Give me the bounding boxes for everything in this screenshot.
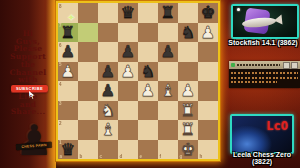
info-card-header [229,61,300,69]
square-b5[interactable] [78,62,98,82]
info-card-button[interactable] [283,62,290,69]
info-card [229,61,300,88]
file-label: d [120,154,123,159]
square-a3[interactable]: 3 [58,101,78,121]
square-h3[interactable] [198,101,218,121]
info-text-line [231,81,277,83]
square-d8[interactable]: ♛ [118,3,138,23]
sparkle-dot-icon [237,8,240,11]
square-b2[interactable] [78,120,98,140]
square-b1[interactable]: b [78,140,98,160]
square-h2[interactable] [198,120,218,140]
white-pawn[interactable]: ♟ [118,62,138,82]
square-e8[interactable] [138,3,158,23]
rank-label: 2 [59,121,62,126]
square-f4[interactable]: ♝ [158,81,178,101]
black-pawn[interactable]: ♟ [118,42,138,62]
square-h4[interactable] [198,81,218,101]
square-d1[interactable]: d [118,140,138,160]
square-f8[interactable]: ♜ [158,3,178,23]
square-g2[interactable]: ♜ [178,120,198,140]
white-pawn[interactable]: ♟ [138,81,158,101]
black-pawn[interactable]: ♟ [98,62,118,82]
channel-logo: ♟ CHESS PAWN [14,117,54,165]
black-pawn[interactable]: ♟ [58,42,78,62]
sidebar: Hi Guys, Please Support the Channel with… [0,0,56,168]
black-king[interactable]: ♚ [198,3,218,23]
board-grid: 8♛♜♚7♜♞♟6♟♟♟5♟♟♟♞4♟♟♝♟3♞♜2♝♜1a♛bcdefg♚h [58,3,218,159]
white-bishop[interactable]: ♝ [98,120,118,140]
square-d4[interactable] [118,81,138,101]
share-text: Like and Share... [0,93,56,116]
square-c2[interactable]: ♝ [98,120,118,140]
file-label: f [160,154,162,159]
square-b4[interactable] [78,81,98,101]
leela-logo-text: LcO [266,119,288,133]
white-pawn[interactable]: ♟ [178,81,198,101]
square-b6[interactable] [78,42,98,62]
black-knight[interactable]: ♞ [138,62,158,82]
square-a6[interactable]: 6♟ [58,42,78,62]
square-g5[interactable] [178,62,198,82]
support-text: Hi Guys, Please Support the Channel with [0,30,56,84]
square-a5[interactable]: 5♟ [58,62,78,82]
square-f2[interactable] [158,120,178,140]
chess-board: 8♛♜♚7♜♞♟6♟♟♟5♟♟♟♞4♟♟♝♟3♞♜2♝♜1a♛bcdefg♚h … [56,1,220,161]
support-line: with [0,76,56,84]
white-pawn[interactable]: ♟ [198,23,218,43]
square-h1[interactable]: h [198,140,218,160]
square-e6[interactable] [138,42,158,62]
white-pawn[interactable]: ♟ [58,62,78,82]
stockfish-logo-image [231,4,299,39]
white-king[interactable]: ♚ [178,140,198,160]
file-label: e [140,154,143,159]
white-rook[interactable]: ♜ [178,120,198,140]
square-d3[interactable] [118,101,138,121]
square-e5[interactable]: ♞ [138,62,158,82]
file-label: c [100,154,103,159]
square-h8[interactable]: ♚ [198,3,218,23]
white-bishop[interactable]: ♝ [158,81,178,101]
square-c1[interactable]: c [98,140,118,160]
video-thumbnail: Hi Guys, Please Support the Channel with… [0,0,300,168]
square-c6[interactable] [98,42,118,62]
square-h5[interactable] [198,62,218,82]
square-d5[interactable]: ♟ [118,62,138,82]
info-text-line [231,72,298,74]
square-g8[interactable] [178,3,198,23]
square-e7[interactable] [138,23,158,43]
square-c4[interactable]: ♟ [98,81,118,101]
black-rook[interactable]: ♜ [158,3,178,23]
square-f3[interactable] [158,101,178,121]
square-b3[interactable] [78,101,98,121]
square-b7[interactable] [78,23,98,43]
square-a7[interactable]: 7♜ [58,23,78,43]
stockfish-fish-tail-icon [273,15,282,26]
square-h7[interactable]: ♟ [198,23,218,43]
square-f5[interactable] [158,62,178,82]
square-d2[interactable] [118,120,138,140]
black-queen[interactable]: ♛ [58,140,78,160]
info-card-title-line [237,64,280,66]
square-e4[interactable]: ♟ [138,81,158,101]
leela-logo-image: LcO [230,114,294,154]
square-g4[interactable]: ♟ [178,81,198,101]
black-knight[interactable]: ♞ [178,23,198,43]
square-f7[interactable] [158,23,178,43]
rank-label: 4 [59,82,62,87]
engine-label-black: Stockfish 14.1 (3862) [226,39,300,46]
rank-label: 3 [59,101,62,106]
file-label: b [80,154,83,159]
white-rook[interactable]: ♜ [178,101,198,121]
square-g6[interactable] [178,42,198,62]
square-g3[interactable]: ♜ [178,101,198,121]
black-pawn[interactable]: ♟ [158,42,178,62]
info-text-line [231,77,298,79]
info-card-body [229,69,300,83]
square-c3[interactable]: ♞ [98,101,118,121]
square-e1[interactable]: e [138,140,158,160]
black-pawn[interactable]: ♟ [98,81,118,101]
square-c5[interactable]: ♟ [98,62,118,82]
square-b8[interactable] [78,3,98,23]
square-e3[interactable] [138,101,158,121]
square-c7[interactable] [98,23,118,43]
square-h6[interactable] [198,42,218,62]
square-d7[interactable] [118,23,138,43]
square-c8[interactable] [98,3,118,23]
last-move-sparkle-icon: ✦ [67,13,75,23]
square-a1[interactable]: 1a♛ [58,140,78,160]
square-a4[interactable]: 4 [58,81,78,101]
square-f6[interactable]: ♟ [158,42,178,62]
square-g7[interactable]: ♞ [178,23,198,43]
square-e2[interactable] [138,120,158,140]
square-a2[interactable]: 2 [58,120,78,140]
file-label: h [200,154,203,159]
square-f1[interactable]: f [158,140,178,160]
info-card-button[interactable] [291,62,298,69]
white-knight[interactable]: ♞ [98,101,118,121]
rank-label: 8 [59,4,62,9]
black-rook[interactable]: ♜ [58,23,78,43]
engine-label-white: Leela Chess Zero (3822) [224,151,300,165]
square-d6[interactable]: ♟ [118,42,138,62]
square-g1[interactable]: g♚ [178,140,198,160]
info-card-icon [231,63,235,67]
share-line: Share... [0,108,56,116]
black-queen[interactable]: ♛ [118,3,138,23]
